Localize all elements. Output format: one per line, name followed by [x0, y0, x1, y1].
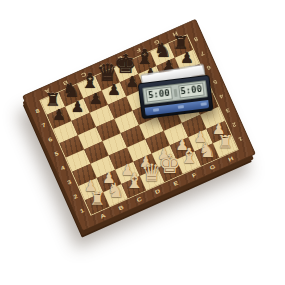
chess-clock: 5:00 5:00 [136, 65, 213, 119]
chess-board: ABCDEFGH ABCDEFGH 87654321 87654321 ♜♞♝♛… [22, 19, 256, 232]
clock-center-indicator [173, 88, 177, 96]
clock-right-time-display: 5:00 [178, 83, 205, 99]
product-photo-scene: ABCDEFGH ABCDEFGH 87654321 87654321 ♜♞♝♛… [0, 0, 285, 285]
clock-left-time-display: 5:00 [145, 86, 172, 102]
